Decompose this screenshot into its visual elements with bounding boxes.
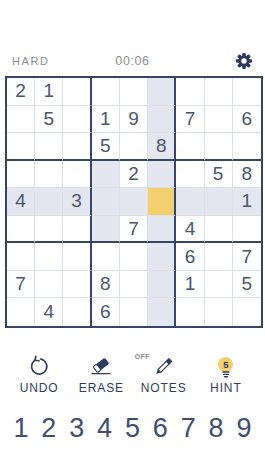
game-timer: 00:06 (115, 54, 149, 68)
cell-r9c9[interactable] (233, 298, 261, 326)
cell-r9c1[interactable] (7, 298, 35, 326)
cell-r8c5[interactable] (120, 271, 148, 299)
cell-r1c4[interactable] (92, 78, 120, 106)
lightbulb-icon: 5 (218, 357, 233, 372)
eraser-icon (88, 353, 114, 378)
hint-button[interactable]: 5 HINT (195, 352, 257, 395)
cell-r7c2[interactable] (35, 243, 63, 271)
cell-r5c9[interactable]: 1 (233, 188, 261, 216)
cell-r3c6[interactable]: 8 (148, 133, 176, 161)
cell-r9c6[interactable] (148, 298, 176, 326)
cell-r6c7[interactable]: 4 (176, 216, 204, 244)
cell-r8c7[interactable]: 1 (176, 271, 204, 299)
cell-r5c7[interactable] (176, 188, 204, 216)
cell-r2c4[interactable]: 1 (92, 106, 120, 134)
cell-r8c3[interactable] (63, 271, 91, 299)
cell-r8c8[interactable] (205, 271, 233, 299)
cell-r1c8[interactable] (205, 78, 233, 106)
cell-r2c2[interactable]: 5 (35, 106, 63, 134)
numpad-key-2[interactable]: 2 (38, 415, 60, 442)
numpad-key-6[interactable]: 6 (149, 415, 171, 442)
notes-button[interactable]: OFF NOTES (133, 352, 195, 395)
cell-r7c4[interactable] (92, 243, 120, 271)
cell-r3c8[interactable] (205, 133, 233, 161)
cell-r5c5[interactable] (120, 188, 148, 216)
cell-r4c1[interactable] (7, 161, 35, 189)
numpad-key-4[interactable]: 4 (94, 415, 116, 442)
notes-label: NOTES (141, 381, 187, 395)
cell-r6c6[interactable] (148, 216, 176, 244)
cell-r6c1[interactable] (7, 216, 35, 244)
numpad-key-3[interactable]: 3 (66, 415, 88, 442)
cell-r7c1[interactable] (7, 243, 35, 271)
settings-button[interactable] (235, 52, 253, 70)
cell-r1c6[interactable] (148, 78, 176, 106)
sudoku-board: 2151976582584317467781546 (5, 76, 263, 328)
cell-r2c1[interactable] (7, 106, 35, 134)
cell-r4c3[interactable] (63, 161, 91, 189)
cell-r8c2[interactable] (35, 271, 63, 299)
hint-label: HINT (210, 381, 242, 395)
cell-r3c9[interactable] (233, 133, 261, 161)
cell-r2c7[interactable]: 7 (176, 106, 204, 134)
cell-r1c3[interactable] (63, 78, 91, 106)
cell-r1c9[interactable] (233, 78, 261, 106)
cell-r4c2[interactable] (35, 161, 63, 189)
pencil-icon (152, 353, 176, 378)
top-bar: HARD 00:06 (0, 50, 265, 72)
cell-r1c1[interactable]: 2 (7, 78, 35, 106)
cell-r7c9[interactable]: 7 (233, 243, 261, 271)
cell-r3c3[interactable] (63, 133, 91, 161)
cell-r5c4[interactable] (92, 188, 120, 216)
cell-r2c5[interactable]: 9 (120, 106, 148, 134)
numpad-key-7[interactable]: 7 (177, 415, 199, 442)
cell-r4c4[interactable] (92, 161, 120, 189)
cell-r4c5[interactable]: 2 (120, 161, 148, 189)
gear-icon (235, 52, 253, 70)
cell-r3c4[interactable]: 5 (92, 133, 120, 161)
cell-r1c5[interactable] (120, 78, 148, 106)
cell-r7c6[interactable] (148, 243, 176, 271)
cell-r2c8[interactable] (205, 106, 233, 134)
cell-r1c7[interactable] (176, 78, 204, 106)
cell-r6c9[interactable] (233, 216, 261, 244)
cell-r6c2[interactable] (35, 216, 63, 244)
numpad-key-8[interactable]: 8 (205, 415, 227, 442)
erase-button[interactable]: ERASE (70, 352, 132, 395)
cell-r5c2[interactable] (35, 188, 63, 216)
cell-r7c5[interactable] (120, 243, 148, 271)
cell-r2c6[interactable] (148, 106, 176, 134)
cell-r8c6[interactable] (148, 271, 176, 299)
cell-r9c5[interactable] (120, 298, 148, 326)
undo-button[interactable]: UNDO (8, 352, 70, 395)
number-pad: 123456789 (10, 415, 255, 442)
cell-r3c5[interactable] (120, 133, 148, 161)
cell-r7c8[interactable] (205, 243, 233, 271)
cell-r8c1[interactable]: 7 (7, 271, 35, 299)
cell-r6c5[interactable]: 7 (120, 216, 148, 244)
cell-r5c6[interactable] (148, 188, 176, 216)
cell-r9c7[interactable] (176, 298, 204, 326)
cell-r6c4[interactable] (92, 216, 120, 244)
cell-r3c2[interactable] (35, 133, 63, 161)
undo-icon (27, 353, 51, 378)
cell-r6c3[interactable] (63, 216, 91, 244)
cell-r9c3[interactable] (63, 298, 91, 326)
cell-r8c4[interactable]: 8 (92, 271, 120, 299)
cell-r9c4[interactable]: 6 (92, 298, 120, 326)
numpad-key-5[interactable]: 5 (122, 415, 144, 442)
cell-r4c9[interactable]: 8 (233, 161, 261, 189)
cell-r7c7[interactable]: 6 (176, 243, 204, 271)
cell-r2c3[interactable] (63, 106, 91, 134)
hint-count-badge: 5 (223, 359, 228, 370)
numpad-key-9[interactable]: 9 (233, 415, 255, 442)
undo-label: UNDO (20, 381, 59, 395)
cell-r5c8[interactable] (205, 188, 233, 216)
numpad-key-1[interactable]: 1 (10, 415, 32, 442)
cell-r5c3[interactable]: 3 (63, 188, 91, 216)
cell-r6c8[interactable] (205, 216, 233, 244)
cell-r3c1[interactable] (7, 133, 35, 161)
bulb-base-icon (221, 371, 231, 378)
notes-off-badge: OFF (135, 353, 151, 360)
cell-r7c3[interactable] (63, 243, 91, 271)
erase-label: ERASE (79, 381, 124, 395)
cell-r9c2[interactable]: 4 (35, 298, 63, 326)
cell-r3c7[interactable] (176, 133, 204, 161)
cell-r9c8[interactable] (205, 298, 233, 326)
cell-r4c8[interactable]: 5 (205, 161, 233, 189)
cell-r4c7[interactable] (176, 161, 204, 189)
toolbar: UNDO ERASE OFF (8, 352, 257, 395)
cell-r8c9[interactable]: 5 (233, 271, 261, 299)
cell-r2c9[interactable]: 6 (233, 106, 261, 134)
cell-r5c1[interactable]: 4 (7, 188, 35, 216)
sudoku-app: HARD 00:06 2151976582584317467781546 (0, 0, 265, 471)
cell-r1c2[interactable]: 1 (35, 78, 63, 106)
cell-r4c6[interactable] (148, 161, 176, 189)
difficulty-label: HARD (12, 55, 50, 67)
